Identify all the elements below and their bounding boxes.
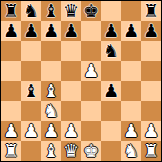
square-c4[interactable]: ♝ [41,81,61,101]
black-pawn: ♟ [121,21,141,41]
square-g1[interactable]: ♞ [121,141,141,161]
white-pawn: ♟ [121,121,141,141]
chess-board: ♜♞♝♛♚♜♟♟♟♟♟♟♟♞♟♝♝♟♞♟♟♟♟♟♟♜♝♛♚♞♜ [1,1,161,161]
square-d1[interactable]: ♛ [61,141,81,161]
square-b1[interactable] [21,141,41,161]
black-king: ♚ [81,1,101,21]
square-a8[interactable]: ♜ [1,1,21,21]
white-bishop: ♝ [41,81,61,101]
square-a2[interactable]: ♟ [1,121,21,141]
square-a6[interactable] [1,41,21,61]
black-bishop: ♝ [41,1,61,21]
square-e5[interactable]: ♟ [81,61,101,81]
square-c5[interactable] [41,61,61,81]
square-c1[interactable]: ♝ [41,141,61,161]
square-g8[interactable] [121,1,141,21]
chess-board-frame: ♜♞♝♛♚♜♟♟♟♟♟♟♟♞♟♝♝♟♞♟♟♟♟♟♟♜♝♛♚♞♜ [0,0,162,162]
square-e6[interactable] [81,41,101,61]
white-pawn: ♟ [1,121,21,141]
white-pawn: ♟ [141,121,161,141]
white-bishop: ♝ [41,141,61,161]
square-e1[interactable]: ♚ [81,141,101,161]
white-pawn: ♟ [41,121,61,141]
square-e2[interactable] [81,121,101,141]
white-rook: ♜ [1,141,21,161]
black-pawn: ♟ [21,21,41,41]
square-e7[interactable] [81,21,101,41]
square-g4[interactable] [121,81,141,101]
square-g3[interactable] [121,101,141,121]
square-h1[interactable]: ♜ [141,141,161,161]
square-f3[interactable] [101,101,121,121]
black-pawn: ♟ [141,21,161,41]
white-pawn: ♟ [21,121,41,141]
square-d6[interactable] [61,41,81,61]
black-bishop: ♝ [21,81,41,101]
white-knight: ♞ [41,101,61,121]
square-b8[interactable]: ♞ [21,1,41,21]
square-g2[interactable]: ♟ [121,121,141,141]
square-c6[interactable] [41,41,61,61]
black-pawn: ♟ [41,21,61,41]
square-f5[interactable] [101,61,121,81]
white-king: ♚ [81,141,101,161]
square-b4[interactable]: ♝ [21,81,41,101]
white-queen: ♛ [61,141,81,161]
square-f2[interactable] [101,121,121,141]
square-h4[interactable] [141,81,161,101]
black-knight: ♞ [101,41,121,61]
square-h7[interactable]: ♟ [141,21,161,41]
black-pawn: ♟ [101,21,121,41]
square-f6[interactable]: ♞ [101,41,121,61]
white-knight: ♞ [121,141,141,161]
square-d8[interactable]: ♛ [61,1,81,21]
black-pawn: ♟ [1,21,21,41]
square-c7[interactable]: ♟ [41,21,61,41]
black-rook: ♜ [1,1,21,21]
square-g6[interactable] [121,41,141,61]
square-c8[interactable]: ♝ [41,1,61,21]
white-rook: ♜ [141,141,161,161]
black-rook: ♜ [141,1,161,21]
square-a4[interactable] [1,81,21,101]
square-a7[interactable]: ♟ [1,21,21,41]
square-f1[interactable] [101,141,121,161]
square-a3[interactable] [1,101,21,121]
black-pawn: ♟ [61,21,81,41]
square-h5[interactable] [141,61,161,81]
square-a1[interactable]: ♜ [1,141,21,161]
square-h6[interactable] [141,41,161,61]
square-f4[interactable]: ♟ [101,81,121,101]
square-g5[interactable] [121,61,141,81]
black-knight: ♞ [21,1,41,21]
square-e8[interactable]: ♚ [81,1,101,21]
square-g7[interactable]: ♟ [121,21,141,41]
black-queen: ♛ [61,1,81,21]
square-f7[interactable]: ♟ [101,21,121,41]
square-e4[interactable] [81,81,101,101]
square-f8[interactable] [101,1,121,21]
black-pawn: ♟ [101,81,121,101]
square-b2[interactable]: ♟ [21,121,41,141]
white-pawn: ♟ [61,121,81,141]
square-e3[interactable] [81,101,101,121]
square-c3[interactable]: ♞ [41,101,61,121]
square-d4[interactable] [61,81,81,101]
square-b7[interactable]: ♟ [21,21,41,41]
square-b6[interactable] [21,41,41,61]
square-d7[interactable]: ♟ [61,21,81,41]
square-c2[interactable]: ♟ [41,121,61,141]
square-h8[interactable]: ♜ [141,1,161,21]
square-d2[interactable]: ♟ [61,121,81,141]
square-h3[interactable] [141,101,161,121]
square-d3[interactable] [61,101,81,121]
square-a5[interactable] [1,61,21,81]
white-pawn: ♟ [81,61,101,81]
square-h2[interactable]: ♟ [141,121,161,141]
square-d5[interactable] [61,61,81,81]
square-b3[interactable] [21,101,41,121]
square-b5[interactable] [21,61,41,81]
